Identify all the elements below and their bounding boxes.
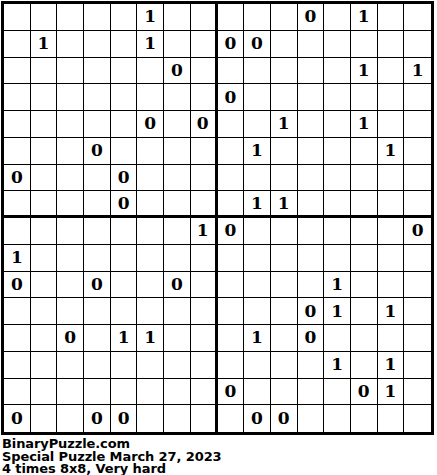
cell-r7c13-empty[interactable] bbox=[351, 191, 378, 218]
cell-r1c5-given-1: 1 bbox=[137, 31, 164, 58]
cell-r14c15-empty[interactable] bbox=[404, 379, 431, 406]
footer-puzzle-spec: 4 times 8x8, Very hard bbox=[2, 463, 222, 475]
cell-r5c15-empty[interactable] bbox=[404, 138, 431, 165]
cell-r4c14-empty[interactable] bbox=[378, 111, 405, 138]
cell-r6c1-empty[interactable] bbox=[31, 165, 58, 192]
cell-r15c4-given-0: 0 bbox=[111, 405, 138, 432]
cell-r7c12-empty[interactable] bbox=[324, 191, 351, 218]
cell-r13c12-given-1: 1 bbox=[324, 352, 351, 379]
cell-r1c13-empty[interactable] bbox=[351, 31, 378, 58]
cell-r7c0-empty[interactable] bbox=[4, 191, 31, 218]
cell-r14c4-empty[interactable] bbox=[111, 379, 138, 406]
cell-r12c14-empty[interactable] bbox=[378, 325, 405, 352]
cell-r4c7-given-0: 0 bbox=[191, 111, 218, 138]
cell-r13c0-empty[interactable] bbox=[4, 352, 31, 379]
cell-r12c9-given-1: 1 bbox=[244, 325, 271, 352]
cell-r3c1-empty[interactable] bbox=[31, 84, 58, 111]
cell-r5c11-empty[interactable] bbox=[298, 138, 325, 165]
cell-r5c0-empty[interactable] bbox=[4, 138, 31, 165]
cell-r2c13-given-1: 1 bbox=[351, 58, 378, 85]
cell-r0c2-empty[interactable] bbox=[57, 4, 84, 31]
cell-r1c10-empty[interactable] bbox=[271, 31, 298, 58]
cell-r11c0-empty[interactable] bbox=[4, 298, 31, 325]
cell-r11c2-empty[interactable] bbox=[57, 298, 84, 325]
cell-r6c0-given-0: 0 bbox=[4, 165, 31, 192]
cell-r12c11-given-0: 0 bbox=[298, 325, 325, 352]
cell-r8c2-empty[interactable] bbox=[57, 218, 84, 245]
cell-r11c7-empty[interactable] bbox=[191, 298, 218, 325]
cell-r8c13-empty[interactable] bbox=[351, 218, 378, 245]
cell-r14c6-empty[interactable] bbox=[164, 379, 191, 406]
cell-r10c13-empty[interactable] bbox=[351, 272, 378, 299]
cell-r12c4-given-1: 1 bbox=[111, 325, 138, 352]
cell-r3c4-empty[interactable] bbox=[111, 84, 138, 111]
cell-r3c10-empty[interactable] bbox=[271, 84, 298, 111]
cell-r5c1-empty[interactable] bbox=[31, 138, 58, 165]
cell-r6c9-empty[interactable] bbox=[244, 165, 271, 192]
cell-r0c15-empty[interactable] bbox=[404, 4, 431, 31]
cell-r2c4-empty[interactable] bbox=[111, 58, 138, 85]
cell-r12c5-given-1: 1 bbox=[137, 325, 164, 352]
cell-r2c14-empty[interactable] bbox=[378, 58, 405, 85]
cell-r10c4-empty[interactable] bbox=[111, 272, 138, 299]
cell-r2c5-empty[interactable] bbox=[137, 58, 164, 85]
cell-r7c3-empty[interactable] bbox=[84, 191, 111, 218]
cell-r1c2-empty[interactable] bbox=[57, 31, 84, 58]
cell-r14c1-empty[interactable] bbox=[31, 379, 58, 406]
cell-r0c14-empty[interactable] bbox=[378, 4, 405, 31]
cell-r3c14-empty[interactable] bbox=[378, 84, 405, 111]
cell-r10c2-empty[interactable] bbox=[57, 272, 84, 299]
cell-r1c11-empty[interactable] bbox=[298, 31, 325, 58]
cell-r13c10-empty[interactable] bbox=[271, 352, 298, 379]
cell-r9c13-empty[interactable] bbox=[351, 245, 378, 272]
cell-r4c10-given-1: 1 bbox=[271, 111, 298, 138]
cell-r8c8-given-0: 0 bbox=[218, 218, 245, 245]
cell-r6c8-empty[interactable] bbox=[218, 165, 245, 192]
cell-r5c13-empty[interactable] bbox=[351, 138, 378, 165]
cell-r12c10-empty[interactable] bbox=[271, 325, 298, 352]
cell-r14c9-empty[interactable] bbox=[244, 379, 271, 406]
cell-r4c12-empty[interactable] bbox=[324, 111, 351, 138]
cell-r3c6-empty[interactable] bbox=[164, 84, 191, 111]
cell-r7c1-empty[interactable] bbox=[31, 191, 58, 218]
cell-r12c12-empty[interactable] bbox=[324, 325, 351, 352]
cell-r12c15-empty[interactable] bbox=[404, 325, 431, 352]
cell-r6c7-empty[interactable] bbox=[191, 165, 218, 192]
cell-r9c9-empty[interactable] bbox=[244, 245, 271, 272]
cell-r12c2-given-0: 0 bbox=[57, 325, 84, 352]
cell-r0c11-given-0: 0 bbox=[298, 4, 325, 31]
cell-r13c4-empty[interactable] bbox=[111, 352, 138, 379]
cell-r9c0-given-1: 1 bbox=[4, 245, 31, 272]
cell-r6c13-empty[interactable] bbox=[351, 165, 378, 192]
cell-r6c5-empty[interactable] bbox=[137, 165, 164, 192]
cell-r2c6-given-0: 0 bbox=[164, 58, 191, 85]
cell-r1c3-empty[interactable] bbox=[84, 31, 111, 58]
cell-r6c14-empty[interactable] bbox=[378, 165, 405, 192]
cell-r7c5-empty[interactable] bbox=[137, 191, 164, 218]
cell-r6c4-given-0: 0 bbox=[111, 165, 138, 192]
cell-r1c0-empty[interactable] bbox=[4, 31, 31, 58]
cell-r3c12-empty[interactable] bbox=[324, 84, 351, 111]
cell-r15c11-empty[interactable] bbox=[298, 405, 325, 432]
cell-r0c1-empty[interactable] bbox=[31, 4, 58, 31]
cell-r13c14-given-1: 1 bbox=[378, 352, 405, 379]
cell-r12c1-empty[interactable] bbox=[31, 325, 58, 352]
cell-r10c8-empty[interactable] bbox=[218, 272, 245, 299]
cell-r15c8-empty[interactable] bbox=[218, 405, 245, 432]
cell-r1c12-empty[interactable] bbox=[324, 31, 351, 58]
cell-r14c8-given-0: 0 bbox=[218, 379, 245, 406]
cell-r13c1-empty[interactable] bbox=[31, 352, 58, 379]
cell-r6c12-empty[interactable] bbox=[324, 165, 351, 192]
cell-r1c14-empty[interactable] bbox=[378, 31, 405, 58]
cell-r8c12-empty[interactable] bbox=[324, 218, 351, 245]
cell-r15c5-empty[interactable] bbox=[137, 405, 164, 432]
cell-r0c8-empty[interactable] bbox=[218, 4, 245, 31]
cell-r8c6-empty[interactable] bbox=[164, 218, 191, 245]
cell-r3c3-empty[interactable] bbox=[84, 84, 111, 111]
cell-r4c8-empty[interactable] bbox=[218, 111, 245, 138]
cell-r8c3-empty[interactable] bbox=[84, 218, 111, 245]
cell-r4c5-given-0: 0 bbox=[137, 111, 164, 138]
cell-r11c8-empty[interactable] bbox=[218, 298, 245, 325]
cell-r8c15-given-0: 0 bbox=[404, 218, 431, 245]
cell-r11c13-empty[interactable] bbox=[351, 298, 378, 325]
cell-r5c4-empty[interactable] bbox=[111, 138, 138, 165]
cell-r10c5-empty[interactable] bbox=[137, 272, 164, 299]
cell-r8c0-empty[interactable] bbox=[4, 218, 31, 245]
cell-r5c6-empty[interactable] bbox=[164, 138, 191, 165]
cell-r1c7-empty[interactable] bbox=[191, 31, 218, 58]
cell-r15c6-empty[interactable] bbox=[164, 405, 191, 432]
cell-r9c6-empty[interactable] bbox=[164, 245, 191, 272]
binary-puzzle-board: 1011100011000110110001110010001011011101… bbox=[1, 1, 434, 435]
cell-r0c12-empty[interactable] bbox=[324, 4, 351, 31]
cell-r5c10-empty[interactable] bbox=[271, 138, 298, 165]
cell-r2c15-given-1: 1 bbox=[404, 58, 431, 85]
cell-r4c1-empty[interactable] bbox=[31, 111, 58, 138]
cell-r9c8-empty[interactable] bbox=[218, 245, 245, 272]
cell-r0c0-empty[interactable] bbox=[4, 4, 31, 31]
cell-r9c4-empty[interactable] bbox=[111, 245, 138, 272]
cell-r3c13-empty[interactable] bbox=[351, 84, 378, 111]
cell-r0c5-given-1: 1 bbox=[137, 4, 164, 31]
cell-r4c9-empty[interactable] bbox=[244, 111, 271, 138]
cell-r10c11-empty[interactable] bbox=[298, 272, 325, 299]
cell-r2c10-empty[interactable] bbox=[271, 58, 298, 85]
cell-r12c6-empty[interactable] bbox=[164, 325, 191, 352]
cell-r3c5-empty[interactable] bbox=[137, 84, 164, 111]
cell-r0c10-empty[interactable] bbox=[271, 4, 298, 31]
cell-r10c10-empty[interactable] bbox=[271, 272, 298, 299]
cell-r7c7-empty[interactable] bbox=[191, 191, 218, 218]
cell-r11c9-empty[interactable] bbox=[244, 298, 271, 325]
cell-r13c13-empty[interactable] bbox=[351, 352, 378, 379]
cell-r6c6-empty[interactable] bbox=[164, 165, 191, 192]
cell-r7c11-empty[interactable] bbox=[298, 191, 325, 218]
cell-r3c0-empty[interactable] bbox=[4, 84, 31, 111]
cell-r11c12-given-1: 1 bbox=[324, 298, 351, 325]
cell-r7c2-empty[interactable] bbox=[57, 191, 84, 218]
cell-r14c3-empty[interactable] bbox=[84, 379, 111, 406]
cell-r3c8-given-0: 0 bbox=[218, 84, 245, 111]
cell-r12c3-empty[interactable] bbox=[84, 325, 111, 352]
cell-r8c1-empty[interactable] bbox=[31, 218, 58, 245]
cell-r0c7-empty[interactable] bbox=[191, 4, 218, 31]
cell-r14c12-empty[interactable] bbox=[324, 379, 351, 406]
cell-r5c7-empty[interactable] bbox=[191, 138, 218, 165]
cell-r11c11-given-0: 0 bbox=[298, 298, 325, 325]
cell-r10c7-empty[interactable] bbox=[191, 272, 218, 299]
cell-r5c14-given-1: 1 bbox=[378, 138, 405, 165]
cell-r11c15-empty[interactable] bbox=[404, 298, 431, 325]
cell-r13c11-empty[interactable] bbox=[298, 352, 325, 379]
cell-r13c7-empty[interactable] bbox=[191, 352, 218, 379]
cell-r4c6-empty[interactable] bbox=[164, 111, 191, 138]
cell-r2c2-empty[interactable] bbox=[57, 58, 84, 85]
cell-r11c3-empty[interactable] bbox=[84, 298, 111, 325]
cell-r13c2-empty[interactable] bbox=[57, 352, 84, 379]
cell-r3c11-empty[interactable] bbox=[298, 84, 325, 111]
cell-r0c13-given-1: 1 bbox=[351, 4, 378, 31]
cell-r1c15-empty[interactable] bbox=[404, 31, 431, 58]
cell-r1c8-given-0: 0 bbox=[218, 31, 245, 58]
cell-r14c0-empty[interactable] bbox=[4, 379, 31, 406]
cell-r13c6-empty[interactable] bbox=[164, 352, 191, 379]
cell-r11c5-empty[interactable] bbox=[137, 298, 164, 325]
cell-r15c10-given-0: 0 bbox=[271, 405, 298, 432]
cell-r7c9-given-1: 1 bbox=[244, 191, 271, 218]
cell-r15c7-empty[interactable] bbox=[191, 405, 218, 432]
cell-r3c2-empty[interactable] bbox=[57, 84, 84, 111]
cell-r2c1-empty[interactable] bbox=[31, 58, 58, 85]
cell-r15c13-empty[interactable] bbox=[351, 405, 378, 432]
cell-r14c5-empty[interactable] bbox=[137, 379, 164, 406]
cell-r9c2-empty[interactable] bbox=[57, 245, 84, 272]
cell-r2c7-empty[interactable] bbox=[191, 58, 218, 85]
cell-r4c0-empty[interactable] bbox=[4, 111, 31, 138]
cell-r9c10-empty[interactable] bbox=[271, 245, 298, 272]
cell-r9c15-empty[interactable] bbox=[404, 245, 431, 272]
cell-r14c10-empty[interactable] bbox=[271, 379, 298, 406]
cell-r6c10-empty[interactable] bbox=[271, 165, 298, 192]
cell-r5c12-empty[interactable] bbox=[324, 138, 351, 165]
cell-r9c3-empty[interactable] bbox=[84, 245, 111, 272]
cell-r11c6-empty[interactable] bbox=[164, 298, 191, 325]
cell-r11c14-given-1: 1 bbox=[378, 298, 405, 325]
cell-r15c12-empty[interactable] bbox=[324, 405, 351, 432]
cell-r14c11-empty[interactable] bbox=[298, 379, 325, 406]
cell-r0c6-empty[interactable] bbox=[164, 4, 191, 31]
cell-r12c13-empty[interactable] bbox=[351, 325, 378, 352]
cell-r9c5-empty[interactable] bbox=[137, 245, 164, 272]
cell-r7c14-empty[interactable] bbox=[378, 191, 405, 218]
cell-r6c15-empty[interactable] bbox=[404, 165, 431, 192]
cell-r10c3-given-0: 0 bbox=[84, 272, 111, 299]
cell-r4c13-given-1: 1 bbox=[351, 111, 378, 138]
cell-r10c9-empty[interactable] bbox=[244, 272, 271, 299]
cell-r7c8-empty[interactable] bbox=[218, 191, 245, 218]
cell-r10c0-given-0: 0 bbox=[4, 272, 31, 299]
cell-r7c6-empty[interactable] bbox=[164, 191, 191, 218]
cell-r0c4-empty[interactable] bbox=[111, 4, 138, 31]
cell-r14c14-given-1: 1 bbox=[378, 379, 405, 406]
cell-r13c9-empty[interactable] bbox=[244, 352, 271, 379]
cell-r9c7-empty[interactable] bbox=[191, 245, 218, 272]
cell-r13c5-empty[interactable] bbox=[137, 352, 164, 379]
cell-r3c7-empty[interactable] bbox=[191, 84, 218, 111]
cell-r11c10-empty[interactable] bbox=[271, 298, 298, 325]
cell-r6c3-empty[interactable] bbox=[84, 165, 111, 192]
cell-r4c2-empty[interactable] bbox=[57, 111, 84, 138]
footer: BinaryPuzzle.com Special Puzzle March 27… bbox=[2, 438, 222, 475]
cell-r10c14-empty[interactable] bbox=[378, 272, 405, 299]
cell-r4c15-empty[interactable] bbox=[404, 111, 431, 138]
cell-r2c0-empty[interactable] bbox=[4, 58, 31, 85]
cell-r0c3-empty[interactable] bbox=[84, 4, 111, 31]
cell-r0c9-empty[interactable] bbox=[244, 4, 271, 31]
cell-r9c1-empty[interactable] bbox=[31, 245, 58, 272]
cell-r15c2-empty[interactable] bbox=[57, 405, 84, 432]
cell-r5c3-given-0: 0 bbox=[84, 138, 111, 165]
cell-r14c2-empty[interactable] bbox=[57, 379, 84, 406]
cell-r9c14-empty[interactable] bbox=[378, 245, 405, 272]
cell-r15c14-empty[interactable] bbox=[378, 405, 405, 432]
cell-r15c3-given-0: 0 bbox=[84, 405, 111, 432]
cell-r9c11-empty[interactable] bbox=[298, 245, 325, 272]
cell-r2c8-empty[interactable] bbox=[218, 58, 245, 85]
cell-r5c2-empty[interactable] bbox=[57, 138, 84, 165]
cell-r4c11-empty[interactable] bbox=[298, 111, 325, 138]
cell-r13c15-empty[interactable] bbox=[404, 352, 431, 379]
cell-r8c9-empty[interactable] bbox=[244, 218, 271, 245]
cell-r2c3-empty[interactable] bbox=[84, 58, 111, 85]
cell-r3c9-empty[interactable] bbox=[244, 84, 271, 111]
cell-r11c1-empty[interactable] bbox=[31, 298, 58, 325]
cell-r15c1-empty[interactable] bbox=[31, 405, 58, 432]
cell-r6c2-empty[interactable] bbox=[57, 165, 84, 192]
cell-r3c15-empty[interactable] bbox=[404, 84, 431, 111]
cell-r6c11-empty[interactable] bbox=[298, 165, 325, 192]
cell-r2c11-empty[interactable] bbox=[298, 58, 325, 85]
cell-r5c9-given-1: 1 bbox=[244, 138, 271, 165]
cell-r12c0-empty[interactable] bbox=[4, 325, 31, 352]
cell-r10c15-empty[interactable] bbox=[404, 272, 431, 299]
cell-r10c12-given-1: 1 bbox=[324, 272, 351, 299]
cell-r7c10-given-1: 1 bbox=[271, 191, 298, 218]
cell-r15c0-given-0: 0 bbox=[4, 405, 31, 432]
cell-r8c10-empty[interactable] bbox=[271, 218, 298, 245]
cell-r13c8-empty[interactable] bbox=[218, 352, 245, 379]
cell-r4c4-empty[interactable] bbox=[111, 111, 138, 138]
cell-r12c8-empty[interactable] bbox=[218, 325, 245, 352]
cell-r14c7-empty[interactable] bbox=[191, 379, 218, 406]
cell-r8c5-empty[interactable] bbox=[137, 218, 164, 245]
cell-r1c9-given-0: 0 bbox=[244, 31, 271, 58]
cell-r14c13-given-0: 0 bbox=[351, 379, 378, 406]
cell-r11c4-empty[interactable] bbox=[111, 298, 138, 325]
cell-r13c3-empty[interactable] bbox=[84, 352, 111, 379]
cell-r5c8-empty[interactable] bbox=[218, 138, 245, 165]
cell-r1c4-empty[interactable] bbox=[111, 31, 138, 58]
cell-r8c4-empty[interactable] bbox=[111, 218, 138, 245]
cell-r15c15-empty[interactable] bbox=[404, 405, 431, 432]
cell-r1c6-empty[interactable] bbox=[164, 31, 191, 58]
cell-r7c4-given-0: 0 bbox=[111, 191, 138, 218]
cell-r9c12-empty[interactable] bbox=[324, 245, 351, 272]
cell-r12c7-empty[interactable] bbox=[191, 325, 218, 352]
cell-r7c15-empty[interactable] bbox=[404, 191, 431, 218]
cell-r4c3-empty[interactable] bbox=[84, 111, 111, 138]
cell-r2c12-empty[interactable] bbox=[324, 58, 351, 85]
cell-r15c9-given-0: 0 bbox=[244, 405, 271, 432]
cell-r2c9-empty[interactable] bbox=[244, 58, 271, 85]
cell-r1c1-given-1: 1 bbox=[31, 31, 58, 58]
cell-r10c6-given-0: 0 bbox=[164, 272, 191, 299]
cell-r5c5-empty[interactable] bbox=[137, 138, 164, 165]
cell-r10c1-empty[interactable] bbox=[31, 272, 58, 299]
cell-r8c14-empty[interactable] bbox=[378, 218, 405, 245]
cell-r8c7-given-1: 1 bbox=[191, 218, 218, 245]
cell-r8c11-empty[interactable] bbox=[298, 218, 325, 245]
